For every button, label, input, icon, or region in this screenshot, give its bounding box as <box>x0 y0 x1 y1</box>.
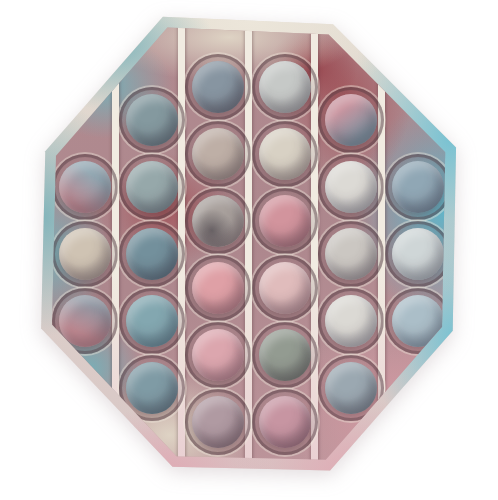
bubble-socket-c3r6 <box>185 389 251 455</box>
bubble-socket-c6r2 <box>385 221 451 287</box>
bubble-c2r5[interactable] <box>126 362 178 414</box>
bubble-c4r5[interactable] <box>259 329 311 381</box>
bubble-c3r2[interactable] <box>192 128 244 180</box>
board-tray <box>50 24 448 466</box>
bubble-c4r3[interactable] <box>259 195 311 247</box>
bubble-c5r1[interactable] <box>325 94 377 146</box>
bubble-socket-c4r2 <box>252 121 318 187</box>
bubble-c3r5[interactable] <box>192 329 244 381</box>
bubble-c4r4[interactable] <box>259 262 311 314</box>
bubble-socket-c3r5 <box>185 322 251 388</box>
bubble-c2r3[interactable] <box>126 228 178 280</box>
bubble-c5r5[interactable] <box>325 362 377 414</box>
bubble-socket-c2r2 <box>119 154 185 220</box>
bubble-c3r6[interactable] <box>192 396 244 448</box>
bubble-socket-c1r1 <box>52 154 118 220</box>
bubble-c3r1[interactable] <box>192 61 244 113</box>
bubble-socket-c1r3 <box>52 288 118 354</box>
bubble-socket-c4r4 <box>252 255 318 321</box>
bubble-c2r4[interactable] <box>126 295 178 347</box>
bubble-c2r1[interactable] <box>126 94 178 146</box>
bubble-c4r1[interactable] <box>259 61 311 113</box>
bubble-c3r4[interactable] <box>192 262 244 314</box>
bubble-socket-c2r3 <box>119 221 185 287</box>
bubble-c4r6[interactable] <box>259 396 311 448</box>
bubble-socket-c5r3 <box>318 221 384 287</box>
bubble-c6r3[interactable] <box>392 295 444 347</box>
bubble-socket-c4r3 <box>252 188 318 254</box>
bubble-c5r4[interactable] <box>325 295 377 347</box>
bubble-socket-c4r6 <box>252 389 318 455</box>
bubble-socket-c5r2 <box>318 154 384 220</box>
bubble-socket-c5r5 <box>318 355 384 421</box>
bubble-c2r2[interactable] <box>126 161 178 213</box>
bubble-socket-c3r4 <box>185 255 251 321</box>
popit-board <box>39 13 459 477</box>
bubble-c1r3[interactable] <box>59 295 111 347</box>
bubble-socket-c3r2 <box>185 121 251 187</box>
bubble-c3r3[interactable] <box>192 195 244 247</box>
page-background: { "game": "pop-it fidget toy (octagonal … <box>0 0 498 500</box>
bubble-socket-c1r2 <box>52 221 118 287</box>
bubble-c5r3[interactable] <box>325 228 377 280</box>
bubble-c1r1[interactable] <box>59 161 111 213</box>
bubble-c4r2[interactable] <box>259 128 311 180</box>
board-rim <box>39 13 459 477</box>
bubble-socket-c6r3 <box>385 288 451 354</box>
bubble-socket-c2r5 <box>119 355 185 421</box>
bubble-socket-c5r1 <box>318 87 384 153</box>
bubble-c6r2[interactable] <box>392 228 444 280</box>
bubble-socket-c3r3 <box>185 188 251 254</box>
bubble-c1r2[interactable] <box>59 228 111 280</box>
bubble-socket-c2r1 <box>119 87 185 153</box>
bubble-socket-c3r1 <box>185 54 251 120</box>
bubble-socket-c4r5 <box>252 322 318 388</box>
bubble-socket-c6r1 <box>385 154 451 220</box>
bubble-socket-c5r4 <box>318 288 384 354</box>
bubble-socket-c2r4 <box>119 288 185 354</box>
bubble-c5r2[interactable] <box>325 161 377 213</box>
bubble-c6r1[interactable] <box>392 161 444 213</box>
bubble-socket-c4r1 <box>252 54 318 120</box>
